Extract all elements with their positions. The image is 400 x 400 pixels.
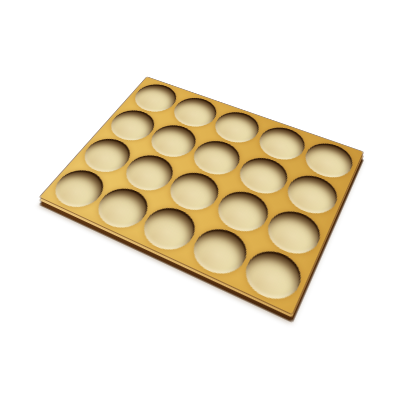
product-photo: [0, 0, 400, 400]
